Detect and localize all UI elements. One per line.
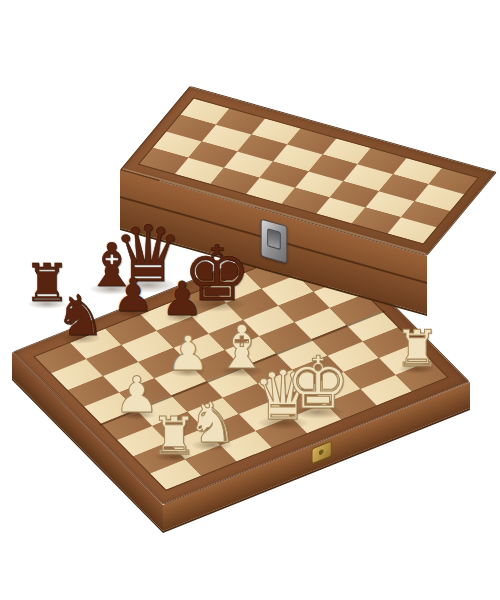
product-photo: ♜♞♝♛♟♟♚♟♝♟♛♚♜♞♜ <box>0 0 500 600</box>
metal-clasp <box>261 218 288 264</box>
piece-white-pawn: ♟ <box>164 329 212 377</box>
piece-black-pawn: ♟ <box>110 272 156 318</box>
piece-white-knight: ♞ <box>184 395 240 451</box>
piece-black-king: ♚ <box>179 236 255 312</box>
piece-white-rook: ♜ <box>392 324 442 374</box>
piece-white-king: ♚ <box>282 347 354 419</box>
